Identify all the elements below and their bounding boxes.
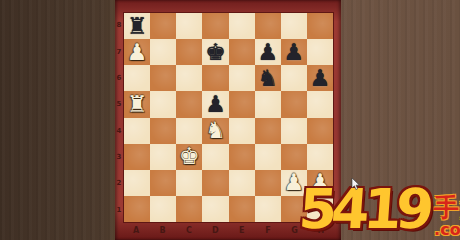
file-label-f: F	[255, 224, 281, 236]
square-b8[interactable]	[150, 13, 176, 39]
rank-label-4: 4	[115, 118, 123, 144]
file-label-g: G	[281, 224, 307, 236]
square-c8[interactable]	[176, 13, 202, 39]
square-f4[interactable]	[255, 118, 281, 144]
square-e5[interactable]	[229, 91, 255, 117]
rank-label-1: 1	[115, 197, 123, 223]
rank-labels: 87654321	[115, 12, 123, 223]
square-f1[interactable]	[255, 196, 281, 222]
square-a7[interactable]: ♟	[124, 39, 150, 65]
square-b7[interactable]	[150, 39, 176, 65]
watermark-cn-text: 手游网	[434, 195, 460, 220]
square-a3[interactable]	[124, 144, 150, 170]
file-label-e: E	[229, 224, 255, 236]
rank-label-3: 3	[115, 144, 123, 170]
square-h5[interactable]	[307, 91, 333, 117]
square-b1[interactable]	[150, 196, 176, 222]
square-c4[interactable]	[176, 118, 202, 144]
piece-black-knight[interactable]: ♞	[255, 65, 281, 91]
file-label-b: B	[149, 224, 175, 236]
square-h7[interactable]	[307, 39, 333, 65]
square-d1[interactable]	[202, 196, 228, 222]
square-b4[interactable]	[150, 118, 176, 144]
piece-white-pawn[interactable]: ♟	[124, 39, 150, 65]
rank-label-7: 7	[115, 38, 123, 64]
chess-board: 87654321 ♜♟♚♟♟♞♟♜♟♞♚♟♟ ABCDEFGH	[115, 0, 341, 240]
square-e1[interactable]	[229, 196, 255, 222]
file-label-h: H	[308, 224, 334, 236]
square-e3[interactable]	[229, 144, 255, 170]
square-c3[interactable]: ♚	[176, 144, 202, 170]
square-a4[interactable]	[124, 118, 150, 144]
square-f8[interactable]	[255, 13, 281, 39]
rank-label-8: 8	[115, 12, 123, 38]
watermark-domain: .com.cn	[434, 222, 460, 238]
square-d5[interactable]: ♟	[202, 91, 228, 117]
square-h2[interactable]: ♟	[307, 170, 333, 196]
piece-white-rook[interactable]: ♜	[124, 91, 150, 117]
square-f6[interactable]: ♞	[255, 65, 281, 91]
square-h6[interactable]: ♟	[307, 65, 333, 91]
square-f7[interactable]: ♟	[255, 39, 281, 65]
square-f5[interactable]	[255, 91, 281, 117]
board-squares[interactable]: ♜♟♚♟♟♞♟♜♟♞♚♟♟	[123, 12, 334, 223]
square-g1[interactable]	[281, 196, 307, 222]
file-label-c: C	[176, 224, 202, 236]
square-d4[interactable]: ♞	[202, 118, 228, 144]
square-e7[interactable]	[229, 39, 255, 65]
file-label-a: A	[123, 224, 149, 236]
square-d3[interactable]	[202, 144, 228, 170]
square-c7[interactable]	[176, 39, 202, 65]
square-e8[interactable]	[229, 13, 255, 39]
square-a6[interactable]	[124, 65, 150, 91]
square-f2[interactable]	[255, 170, 281, 196]
square-a5[interactable]: ♜	[124, 91, 150, 117]
square-a1[interactable]	[124, 196, 150, 222]
square-d6[interactable]	[202, 65, 228, 91]
rank-label-2: 2	[115, 170, 123, 196]
piece-black-king[interactable]: ♚	[202, 39, 228, 65]
square-d2[interactable]	[202, 170, 228, 196]
square-b2[interactable]	[150, 170, 176, 196]
square-f3[interactable]	[255, 144, 281, 170]
piece-white-king[interactable]: ♚	[176, 144, 202, 170]
square-a8[interactable]: ♜	[124, 13, 150, 39]
rank-label-6: 6	[115, 65, 123, 91]
square-g5[interactable]	[281, 91, 307, 117]
file-labels: ABCDEFGH	[123, 224, 334, 236]
square-h3[interactable]	[307, 144, 333, 170]
square-g6[interactable]	[281, 65, 307, 91]
square-a2[interactable]	[124, 170, 150, 196]
square-b3[interactable]	[150, 144, 176, 170]
square-g4[interactable]	[281, 118, 307, 144]
square-g2[interactable]: ♟	[281, 170, 307, 196]
square-d7[interactable]: ♚	[202, 39, 228, 65]
rank-label-5: 5	[115, 91, 123, 117]
mouse-cursor-icon	[351, 178, 361, 191]
piece-white-pawn[interactable]: ♟	[281, 170, 307, 196]
square-g3[interactable]	[281, 144, 307, 170]
square-b5[interactable]	[150, 91, 176, 117]
app-window: 87654321 ♜♟♚♟♟♞♟♜♟♞♚♟♟ ABCDEFGH 5419 手游网…	[0, 0, 460, 240]
square-g8[interactable]	[281, 13, 307, 39]
square-b6[interactable]	[150, 65, 176, 91]
square-h1[interactable]	[307, 196, 333, 222]
square-h8[interactable]	[307, 13, 333, 39]
piece-black-pawn[interactable]: ♟	[202, 91, 228, 117]
piece-black-rook[interactable]: ♜	[124, 13, 150, 39]
square-g7[interactable]: ♟	[281, 39, 307, 65]
piece-black-pawn[interactable]: ♟	[307, 65, 333, 91]
piece-white-knight[interactable]: ♞	[202, 118, 228, 144]
square-c6[interactable]	[176, 65, 202, 91]
square-e2[interactable]	[229, 170, 255, 196]
square-h4[interactable]	[307, 118, 333, 144]
piece-black-pawn[interactable]: ♟	[255, 39, 281, 65]
file-label-d: D	[202, 224, 228, 236]
square-c2[interactable]	[176, 170, 202, 196]
square-e4[interactable]	[229, 118, 255, 144]
square-d8[interactable]	[202, 13, 228, 39]
square-e6[interactable]	[229, 65, 255, 91]
piece-black-pawn[interactable]: ♟	[281, 39, 307, 65]
piece-white-pawn[interactable]: ♟	[307, 170, 333, 196]
square-c1[interactable]	[176, 196, 202, 222]
square-c5[interactable]	[176, 91, 202, 117]
